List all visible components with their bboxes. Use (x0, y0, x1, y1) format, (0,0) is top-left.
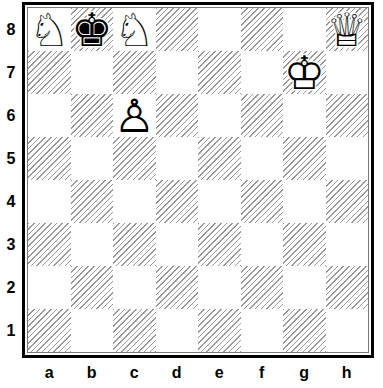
rank-label-2: 2 (0, 266, 22, 309)
chess-diagram: 87654321 ♞♘♚♚♞♘♛♕♚♔♟♙ abcdefgh (0, 0, 383, 388)
square-h2[interactable] (326, 266, 369, 309)
square-a1[interactable] (28, 309, 71, 352)
square-c8[interactable]: ♞♘ (113, 8, 156, 51)
file-label-b: b (71, 358, 114, 388)
rank-labels: 87654321 (0, 8, 22, 352)
square-c1[interactable] (113, 309, 156, 352)
square-f5[interactable] (241, 137, 284, 180)
file-labels: abcdefgh (28, 358, 368, 388)
square-h4[interactable] (326, 180, 369, 223)
square-h8[interactable]: ♛♕ (326, 8, 369, 51)
file-label-d: d (156, 358, 199, 388)
square-b6[interactable] (71, 94, 114, 137)
square-b3[interactable] (71, 223, 114, 266)
square-f4[interactable] (241, 180, 284, 223)
square-e3[interactable] (198, 223, 241, 266)
rank-label-7: 7 (0, 51, 22, 94)
square-f3[interactable] (241, 223, 284, 266)
piece-white-knight-a8: ♞♘ (29, 7, 70, 53)
square-b5[interactable] (71, 137, 114, 180)
square-a8[interactable]: ♞♘ (28, 8, 71, 51)
file-label-a: a (28, 358, 71, 388)
square-d8[interactable] (156, 8, 199, 51)
square-d1[interactable] (156, 309, 199, 352)
square-d3[interactable] (156, 223, 199, 266)
file-label-f: f (241, 358, 284, 388)
rank-label-3: 3 (0, 223, 22, 266)
square-e6[interactable] (198, 94, 241, 137)
square-d7[interactable] (156, 51, 199, 94)
file-label-e: e (198, 358, 241, 388)
square-h5[interactable] (326, 137, 369, 180)
square-b1[interactable] (71, 309, 114, 352)
square-d6[interactable] (156, 94, 199, 137)
square-a2[interactable] (28, 266, 71, 309)
square-g1[interactable] (283, 309, 326, 352)
rank-label-5: 5 (0, 137, 22, 180)
file-label-g: g (283, 358, 326, 388)
rank-label-8: 8 (0, 8, 22, 51)
square-g5[interactable] (283, 137, 326, 180)
square-f2[interactable] (241, 266, 284, 309)
square-d5[interactable] (156, 137, 199, 180)
piece-white-knight-c8: ♞♘ (114, 7, 155, 53)
piece-black-king-b8: ♚♚ (71, 7, 112, 53)
square-a7[interactable] (28, 51, 71, 94)
square-c6[interactable]: ♟♙ (113, 94, 156, 137)
square-f8[interactable] (241, 8, 284, 51)
square-b7[interactable] (71, 51, 114, 94)
square-e8[interactable] (198, 8, 241, 51)
square-a4[interactable] (28, 180, 71, 223)
square-c2[interactable] (113, 266, 156, 309)
board-inner-frame: ♞♘♚♚♞♘♛♕♚♔♟♙ (27, 7, 369, 353)
piece-glyph: ♚ (71, 3, 112, 57)
piece-glyph: ♙ (114, 89, 155, 143)
square-h7[interactable] (326, 51, 369, 94)
square-f1[interactable] (241, 309, 284, 352)
piece-glyph: ♘ (114, 3, 155, 57)
chess-board: ♞♘♚♚♞♘♛♕♚♔♟♙ (28, 8, 368, 352)
square-g8[interactable] (283, 8, 326, 51)
square-g3[interactable] (283, 223, 326, 266)
piece-white-pawn-c6: ♟♙ (114, 93, 155, 139)
square-c3[interactable] (113, 223, 156, 266)
square-g2[interactable] (283, 266, 326, 309)
square-a5[interactable] (28, 137, 71, 180)
square-g7[interactable]: ♚♔ (283, 51, 326, 94)
square-h3[interactable] (326, 223, 369, 266)
piece-glyph: ♘ (29, 3, 70, 57)
square-e1[interactable] (198, 309, 241, 352)
square-c7[interactable] (113, 51, 156, 94)
square-e4[interactable] (198, 180, 241, 223)
rank-label-4: 4 (0, 180, 22, 223)
square-e5[interactable] (198, 137, 241, 180)
square-f6[interactable] (241, 94, 284, 137)
piece-glyph: ♔ (284, 46, 325, 100)
board-frame: ♞♘♚♚♞♘♛♕♚♔♟♙ (22, 2, 374, 358)
square-f7[interactable] (241, 51, 284, 94)
square-g6[interactable] (283, 94, 326, 137)
square-h6[interactable] (326, 94, 369, 137)
piece-glyph: ♕ (326, 3, 367, 57)
square-h1[interactable] (326, 309, 369, 352)
square-a3[interactable] (28, 223, 71, 266)
square-c4[interactable] (113, 180, 156, 223)
square-e2[interactable] (198, 266, 241, 309)
square-b2[interactable] (71, 266, 114, 309)
rank-label-1: 1 (0, 309, 22, 352)
rank-label-6: 6 (0, 94, 22, 137)
file-label-h: h (326, 358, 369, 388)
square-e7[interactable] (198, 51, 241, 94)
square-b4[interactable] (71, 180, 114, 223)
file-label-c: c (113, 358, 156, 388)
square-b8[interactable]: ♚♚ (71, 8, 114, 51)
square-d4[interactable] (156, 180, 199, 223)
piece-white-king-g7: ♚♔ (284, 50, 325, 96)
square-g4[interactable] (283, 180, 326, 223)
piece-white-queen-h8: ♛♕ (326, 7, 367, 53)
square-d2[interactable] (156, 266, 199, 309)
square-a6[interactable] (28, 94, 71, 137)
square-c5[interactable] (113, 137, 156, 180)
